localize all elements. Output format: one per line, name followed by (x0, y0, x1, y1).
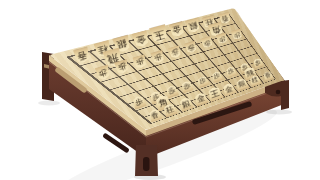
piece-p-5c[interactable]: 歩 (167, 45, 182, 59)
piece-P-3g[interactable]: 歩 (225, 66, 238, 78)
piece-kanji: 歩 (233, 31, 241, 38)
piece-P-1g[interactable]: 歩 (252, 57, 264, 69)
piece-kanji: 歩 (203, 39, 211, 47)
piece-kanji: 歩 (227, 68, 235, 75)
piece-p-3c[interactable]: 歩 (200, 36, 214, 49)
piece-kanji: 金 (224, 85, 233, 94)
piece-kanji: 王 (209, 88, 220, 98)
piece-g-4a[interactable]: 金 (168, 21, 186, 38)
piece-p-9c[interactable]: 歩 (94, 64, 111, 81)
piece-kanji: 歩 (134, 97, 144, 106)
piece-kanji: 歩 (135, 57, 145, 66)
pieces-layer: 香桂銀金玉金銀桂香飛角歩歩歩歩歩歩歩歩歩歩歩歩歩歩歩歩歩歩角飛香桂銀金王金銀桂香 (0, 0, 320, 180)
piece-S-7i[interactable]: 銀 (177, 96, 194, 112)
piece-kanji: 歩 (198, 77, 206, 85)
piece-kanji: 香 (221, 14, 229, 22)
piece-p-7c[interactable]: 歩 (132, 54, 148, 69)
piece-kanji: 金 (135, 34, 147, 45)
shogi-product-photo: Wooden shogi set in the starting positio… (0, 0, 320, 180)
piece-kanji: 歩 (117, 62, 127, 72)
piece-kanji: 銀 (180, 99, 190, 109)
piece-kanji: 歩 (98, 68, 109, 78)
piece-kanji: 歩 (187, 43, 196, 51)
piece-kanji: 玉 (153, 28, 166, 40)
piece-kanji: 歩 (218, 35, 226, 43)
piece-kanji: 歩 (167, 87, 176, 96)
piece-kanji: 角 (211, 25, 222, 35)
piece-P-5g[interactable]: 歩 (196, 75, 210, 88)
piece-kanji: 金 (195, 94, 205, 103)
piece-kanji: 香 (150, 111, 159, 120)
piece-s-3a[interactable]: 銀 (185, 17, 202, 34)
piece-p-4c[interactable]: 歩 (184, 40, 198, 54)
piece-P-4g[interactable]: 歩 (211, 70, 224, 83)
piece-kanji: 歩 (183, 82, 192, 90)
piece-kanji: 金 (171, 25, 182, 35)
piece-l-9a[interactable]: 香 (73, 46, 92, 64)
piece-P-6g[interactable]: 歩 (180, 80, 194, 94)
piece-K-5i[interactable]: 王 (206, 85, 224, 102)
piece-G-6i[interactable]: 金 (192, 91, 208, 107)
piece-k-5a[interactable]: 玉 (149, 24, 170, 44)
piece-kanji: 香 (77, 50, 89, 61)
piece-g-6a[interactable]: 金 (131, 30, 150, 49)
piece-kanji: 銀 (188, 21, 199, 31)
piece-L-1i[interactable]: 香 (262, 70, 274, 81)
piece-kanji: 歩 (254, 60, 261, 67)
piece-kanji: 香 (264, 72, 271, 79)
piece-G-4i[interactable]: 金 (221, 82, 236, 97)
piece-p-6c[interactable]: 歩 (150, 49, 165, 64)
piece-kanji: 銀 (237, 80, 246, 89)
piece-kanji: 歩 (170, 48, 179, 57)
piece-p-1c[interactable]: 歩 (231, 28, 244, 40)
piece-kanji: 歩 (153, 53, 162, 62)
piece-kanji: 桂 (251, 76, 259, 84)
piece-kanji: 桂 (165, 105, 175, 114)
piece-P-9g[interactable]: 歩 (131, 95, 147, 110)
piece-kanji: 歩 (213, 73, 221, 81)
